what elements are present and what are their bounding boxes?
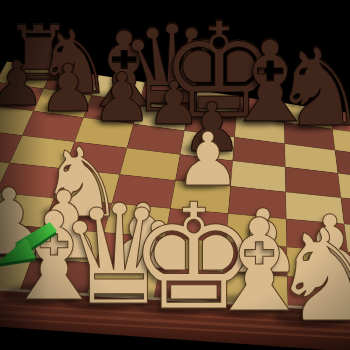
piece-black-pawn-c7[interactable]: ♟ [92, 64, 153, 132]
piece-white-knight-g1[interactable]: ♞ [270, 212, 350, 340]
game-viewport: ♜♞♝♟♛♟♚♝♟♞♟♟♟♞♟♟♟♟♟♝♛♚♝♞ [0, 0, 350, 350]
piece-black-knight-g8[interactable]: ♞ [272, 34, 350, 142]
piece-black-pawn-b7[interactable]: ♟ [38, 56, 97, 122]
